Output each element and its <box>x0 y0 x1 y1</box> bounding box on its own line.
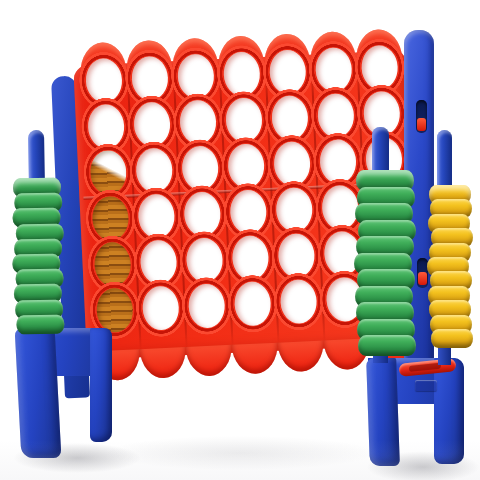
right-yellow-discs <box>429 185 471 348</box>
product-photo-giant-connect-four <box>0 0 480 480</box>
scallop-bottom <box>140 347 187 379</box>
green-disc <box>358 335 416 356</box>
right-yellow-post-rod <box>437 130 452 192</box>
scallop-bottom <box>278 341 325 373</box>
floor-reflection <box>0 440 480 480</box>
left-foot-rear-leg <box>90 328 112 442</box>
green-disc <box>16 314 64 334</box>
scallop-bottom <box>186 345 233 377</box>
red-slider-upper <box>417 118 426 131</box>
slider-slot-lower <box>417 258 428 288</box>
cell-r6c4 <box>229 280 277 328</box>
left-foot-front-leg <box>15 328 62 458</box>
right-green-discs <box>356 170 414 356</box>
board-top-scallops <box>72 28 404 44</box>
brand-plaque <box>415 380 437 391</box>
scallop-bottom <box>232 343 279 375</box>
yellow-disc <box>431 329 473 348</box>
cell-r6c2 <box>137 284 185 332</box>
cell-r6c5 <box>275 278 323 326</box>
slider-slot-upper <box>416 100 427 133</box>
cell-r6c3 <box>183 282 231 330</box>
left-foot <box>18 328 112 458</box>
left-green-discs <box>13 178 64 335</box>
red-slider-lower <box>418 272 427 285</box>
